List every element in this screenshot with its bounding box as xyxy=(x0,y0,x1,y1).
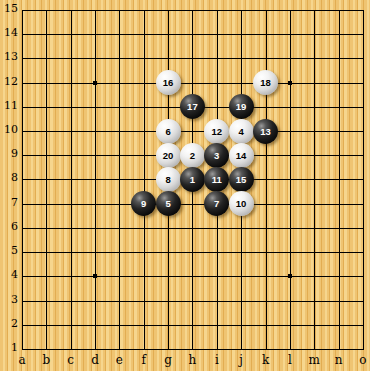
intersection-f11[interactable] xyxy=(132,95,156,119)
intersection-l1[interactable] xyxy=(278,337,302,361)
stone-white-20: 20 xyxy=(156,143,181,168)
stone-black-9: 9 xyxy=(131,191,156,216)
intersection-h12[interactable] xyxy=(180,71,204,95)
intersection-j1[interactable] xyxy=(229,337,253,361)
intersection-o13[interactable] xyxy=(351,46,370,70)
intersection-b3[interactable] xyxy=(34,288,58,312)
intersection-o1[interactable] xyxy=(351,337,370,361)
intersection-o12[interactable] xyxy=(351,71,370,95)
stone-black-19: 19 xyxy=(229,94,254,119)
intersection-b13[interactable] xyxy=(34,46,58,70)
intersection-m12[interactable] xyxy=(302,71,326,95)
intersection-d3[interactable] xyxy=(83,288,107,312)
intersection-c9[interactable] xyxy=(59,143,83,167)
intersection-i3[interactable] xyxy=(205,288,229,312)
intersection-k6[interactable] xyxy=(253,216,277,240)
intersection-n13[interactable] xyxy=(326,46,350,70)
intersection-o7[interactable] xyxy=(351,192,370,216)
intersection-n1[interactable] xyxy=(326,337,350,361)
board-grid: 1618171961241320231481111595710 xyxy=(10,0,370,361)
intersection-b11[interactable] xyxy=(34,95,58,119)
intersection-h13[interactable] xyxy=(180,46,204,70)
intersection-o3[interactable] xyxy=(351,288,370,312)
intersection-c10[interactable] xyxy=(59,119,83,143)
intersection-j8[interactable]: 15 xyxy=(229,167,253,191)
intersection-d5[interactable] xyxy=(83,240,107,264)
intersection-a8[interactable] xyxy=(10,167,34,191)
intersection-a1[interactable] xyxy=(10,337,34,361)
intersection-g9[interactable]: 20 xyxy=(156,143,180,167)
intersection-l6[interactable] xyxy=(278,216,302,240)
intersection-f6[interactable] xyxy=(132,216,156,240)
intersection-j2[interactable] xyxy=(229,313,253,337)
intersection-o4[interactable] xyxy=(351,264,370,288)
intersection-k7[interactable] xyxy=(253,192,277,216)
stone-black-15: 15 xyxy=(229,167,254,192)
move-number: 12 xyxy=(211,126,222,137)
intersection-a4[interactable] xyxy=(10,264,34,288)
intersection-d6[interactable] xyxy=(83,216,107,240)
intersection-c5[interactable] xyxy=(59,240,83,264)
intersection-d8[interactable] xyxy=(83,167,107,191)
move-number: 20 xyxy=(163,150,174,161)
intersection-o8[interactable] xyxy=(351,167,370,191)
intersection-h14[interactable] xyxy=(180,22,204,46)
intersection-n14[interactable] xyxy=(326,22,350,46)
intersection-k3[interactable] xyxy=(253,288,277,312)
intersection-i6[interactable] xyxy=(205,216,229,240)
intersection-k10[interactable]: 13 xyxy=(253,119,277,143)
intersection-g13[interactable] xyxy=(156,46,180,70)
intersection-k4[interactable] xyxy=(253,264,277,288)
stone-black-11: 11 xyxy=(204,167,229,192)
intersection-d1[interactable] xyxy=(83,337,107,361)
move-number: 11 xyxy=(212,174,222,185)
intersection-b12[interactable] xyxy=(34,71,58,95)
intersection-k13[interactable] xyxy=(253,46,277,70)
stone-white-2: 2 xyxy=(180,143,205,168)
intersection-b6[interactable] xyxy=(34,216,58,240)
intersection-g5[interactable] xyxy=(156,240,180,264)
intersection-c2[interactable] xyxy=(59,313,83,337)
intersection-d13[interactable] xyxy=(83,46,107,70)
intersection-f7[interactable]: 9 xyxy=(132,192,156,216)
intersection-m5[interactable] xyxy=(302,240,326,264)
intersection-b14[interactable] xyxy=(34,22,58,46)
intersection-i1[interactable] xyxy=(205,337,229,361)
intersection-d9[interactable] xyxy=(83,143,107,167)
move-number: 9 xyxy=(141,198,146,209)
move-number: 1 xyxy=(190,174,195,185)
move-number: 4 xyxy=(238,126,243,137)
intersection-i7[interactable]: 7 xyxy=(205,192,229,216)
intersection-g15[interactable] xyxy=(156,0,180,22)
intersection-o15[interactable] xyxy=(351,0,370,22)
intersection-k2[interactable] xyxy=(253,313,277,337)
stone-black-7: 7 xyxy=(204,191,229,216)
intersection-j13[interactable] xyxy=(229,46,253,70)
intersection-m14[interactable] xyxy=(302,22,326,46)
intersection-a7[interactable] xyxy=(10,192,34,216)
move-number: 17 xyxy=(187,101,198,112)
intersection-f2[interactable] xyxy=(132,313,156,337)
intersection-c15[interactable] xyxy=(59,0,83,22)
intersection-i15[interactable] xyxy=(205,0,229,22)
intersection-g2[interactable] xyxy=(156,313,180,337)
intersection-d10[interactable] xyxy=(83,119,107,143)
intersection-e8[interactable] xyxy=(107,167,131,191)
intersection-n10[interactable] xyxy=(326,119,350,143)
intersection-n9[interactable] xyxy=(326,143,350,167)
intersection-m6[interactable] xyxy=(302,216,326,240)
intersection-j12[interactable] xyxy=(229,71,253,95)
intersection-e9[interactable] xyxy=(107,143,131,167)
intersection-j9[interactable]: 14 xyxy=(229,143,253,167)
intersection-n2[interactable] xyxy=(326,313,350,337)
intersection-a11[interactable] xyxy=(10,95,34,119)
intersection-e14[interactable] xyxy=(107,22,131,46)
intersection-l11[interactable] xyxy=(278,95,302,119)
move-number: 6 xyxy=(165,126,170,137)
intersection-f15[interactable] xyxy=(132,0,156,22)
intersection-n12[interactable] xyxy=(326,71,350,95)
move-number: 3 xyxy=(214,150,219,161)
intersection-i2[interactable] xyxy=(205,313,229,337)
intersection-c6[interactable] xyxy=(59,216,83,240)
intersection-g12[interactable]: 16 xyxy=(156,71,180,95)
intersection-o6[interactable] xyxy=(351,216,370,240)
intersection-c12[interactable] xyxy=(59,71,83,95)
intersection-g10[interactable]: 6 xyxy=(156,119,180,143)
intersection-o9[interactable] xyxy=(351,143,370,167)
intersection-l9[interactable] xyxy=(278,143,302,167)
intersection-k8[interactable] xyxy=(253,167,277,191)
intersection-k11[interactable] xyxy=(253,95,277,119)
intersection-m11[interactable] xyxy=(302,95,326,119)
intersection-j14[interactable] xyxy=(229,22,253,46)
intersection-e12[interactable] xyxy=(107,71,131,95)
intersection-h10[interactable] xyxy=(180,119,204,143)
intersection-e15[interactable] xyxy=(107,0,131,22)
intersection-b2[interactable] xyxy=(34,313,58,337)
stone-white-8: 8 xyxy=(156,167,181,192)
intersection-a9[interactable] xyxy=(10,143,34,167)
intersection-b4[interactable] xyxy=(34,264,58,288)
intersection-i13[interactable] xyxy=(205,46,229,70)
intersection-d4[interactable] xyxy=(83,264,107,288)
intersection-n11[interactable] xyxy=(326,95,350,119)
intersection-f12[interactable] xyxy=(132,71,156,95)
stone-black-3: 3 xyxy=(204,143,229,168)
intersection-h4[interactable] xyxy=(180,264,204,288)
intersection-i9[interactable]: 3 xyxy=(205,143,229,167)
stone-white-14: 14 xyxy=(229,143,254,168)
intersection-j5[interactable] xyxy=(229,240,253,264)
intersection-b1[interactable] xyxy=(34,337,58,361)
intersection-b10[interactable] xyxy=(34,119,58,143)
intersection-m13[interactable] xyxy=(302,46,326,70)
move-number: 16 xyxy=(163,77,174,88)
intersection-o14[interactable] xyxy=(351,22,370,46)
intersection-l3[interactable] xyxy=(278,288,302,312)
intersection-e6[interactable] xyxy=(107,216,131,240)
intersection-j3[interactable] xyxy=(229,288,253,312)
intersection-c11[interactable] xyxy=(59,95,83,119)
intersection-a2[interactable] xyxy=(10,313,34,337)
intersection-n4[interactable] xyxy=(326,264,350,288)
intersection-h11[interactable]: 17 xyxy=(180,95,204,119)
intersection-k1[interactable] xyxy=(253,337,277,361)
stone-white-16: 16 xyxy=(156,70,181,95)
stone-black-5: 5 xyxy=(156,191,181,216)
intersection-h3[interactable] xyxy=(180,288,204,312)
intersection-e1[interactable] xyxy=(107,337,131,361)
intersection-i12[interactable] xyxy=(205,71,229,95)
intersection-l15[interactable] xyxy=(278,0,302,22)
intersection-g4[interactable] xyxy=(156,264,180,288)
move-number: 7 xyxy=(214,198,219,209)
intersection-d15[interactable] xyxy=(83,0,107,22)
intersection-i11[interactable] xyxy=(205,95,229,119)
intersection-h9[interactable]: 2 xyxy=(180,143,204,167)
intersection-m8[interactable] xyxy=(302,167,326,191)
intersection-b5[interactable] xyxy=(34,240,58,264)
intersection-g8[interactable]: 8 xyxy=(156,167,180,191)
intersection-g11[interactable] xyxy=(156,95,180,119)
gomoku-board: 151413121110987654321 abcdefghijklmno 16… xyxy=(0,0,370,371)
intersection-m10[interactable] xyxy=(302,119,326,143)
intersection-f8[interactable] xyxy=(132,167,156,191)
intersection-n6[interactable] xyxy=(326,216,350,240)
intersection-e7[interactable] xyxy=(107,192,131,216)
move-number: 10 xyxy=(236,198,247,209)
intersection-a6[interactable] xyxy=(10,216,34,240)
intersection-j11[interactable]: 19 xyxy=(229,95,253,119)
intersection-k14[interactable] xyxy=(253,22,277,46)
intersection-a3[interactable] xyxy=(10,288,34,312)
intersection-f1[interactable] xyxy=(132,337,156,361)
intersection-l7[interactable] xyxy=(278,192,302,216)
stone-black-17: 17 xyxy=(180,94,205,119)
intersection-c8[interactable] xyxy=(59,167,83,191)
intersection-c14[interactable] xyxy=(59,22,83,46)
stone-black-1: 1 xyxy=(180,167,205,192)
intersection-e10[interactable] xyxy=(107,119,131,143)
intersection-h6[interactable] xyxy=(180,216,204,240)
stone-white-12: 12 xyxy=(204,119,229,144)
intersection-o2[interactable] xyxy=(351,313,370,337)
intersection-f13[interactable] xyxy=(132,46,156,70)
intersection-c7[interactable] xyxy=(59,192,83,216)
move-number: 13 xyxy=(260,126,271,137)
intersection-h7[interactable] xyxy=(180,192,204,216)
move-number: 18 xyxy=(260,77,271,88)
intersection-g7[interactable]: 5 xyxy=(156,192,180,216)
intersection-k15[interactable] xyxy=(253,0,277,22)
intersection-d14[interactable] xyxy=(83,22,107,46)
intersection-a14[interactable] xyxy=(10,22,34,46)
intersection-l14[interactable] xyxy=(278,22,302,46)
intersection-d11[interactable] xyxy=(83,95,107,119)
intersection-f10[interactable] xyxy=(132,119,156,143)
intersection-g1[interactable] xyxy=(156,337,180,361)
intersection-d2[interactable] xyxy=(83,313,107,337)
intersection-h8[interactable]: 1 xyxy=(180,167,204,191)
intersection-g14[interactable] xyxy=(156,22,180,46)
stone-white-18: 18 xyxy=(253,70,278,95)
intersection-c13[interactable] xyxy=(59,46,83,70)
intersection-i14[interactable] xyxy=(205,22,229,46)
intersection-e13[interactable] xyxy=(107,46,131,70)
intersection-b8[interactable] xyxy=(34,167,58,191)
intersection-e2[interactable] xyxy=(107,313,131,337)
intersection-b15[interactable] xyxy=(34,0,58,22)
intersection-j7[interactable]: 10 xyxy=(229,192,253,216)
intersection-n15[interactable] xyxy=(326,0,350,22)
intersection-h5[interactable] xyxy=(180,240,204,264)
intersection-b7[interactable] xyxy=(34,192,58,216)
intersection-d12[interactable] xyxy=(83,71,107,95)
intersection-i8[interactable]: 11 xyxy=(205,167,229,191)
move-number: 5 xyxy=(165,198,170,209)
intersection-m7[interactable] xyxy=(302,192,326,216)
move-number: 14 xyxy=(236,150,247,161)
intersection-j6[interactable] xyxy=(229,216,253,240)
intersection-n5[interactable] xyxy=(326,240,350,264)
intersection-m15[interactable] xyxy=(302,0,326,22)
stone-white-10: 10 xyxy=(229,191,254,216)
intersection-n7[interactable] xyxy=(326,192,350,216)
intersection-d7[interactable] xyxy=(83,192,107,216)
intersection-l8[interactable] xyxy=(278,167,302,191)
intersection-l10[interactable] xyxy=(278,119,302,143)
intersection-a13[interactable] xyxy=(10,46,34,70)
intersection-j10[interactable]: 4 xyxy=(229,119,253,143)
stone-white-6: 6 xyxy=(156,119,181,144)
intersection-f3[interactable] xyxy=(132,288,156,312)
intersection-e4[interactable] xyxy=(107,264,131,288)
intersection-m4[interactable] xyxy=(302,264,326,288)
intersection-l12[interactable] xyxy=(278,71,302,95)
intersection-l2[interactable] xyxy=(278,313,302,337)
move-number: 15 xyxy=(236,174,247,185)
intersection-b9[interactable] xyxy=(34,143,58,167)
intersection-h2[interactable] xyxy=(180,313,204,337)
intersection-l13[interactable] xyxy=(278,46,302,70)
intersection-l4[interactable] xyxy=(278,264,302,288)
intersection-h15[interactable] xyxy=(180,0,204,22)
intersection-f5[interactable] xyxy=(132,240,156,264)
intersection-e3[interactable] xyxy=(107,288,131,312)
intersection-j15[interactable] xyxy=(229,0,253,22)
intersection-k12[interactable]: 18 xyxy=(253,71,277,95)
intersection-e5[interactable] xyxy=(107,240,131,264)
intersection-k5[interactable] xyxy=(253,240,277,264)
intersection-n3[interactable] xyxy=(326,288,350,312)
intersection-f4[interactable] xyxy=(132,264,156,288)
intersection-a12[interactable] xyxy=(10,71,34,95)
intersection-f14[interactable] xyxy=(132,22,156,46)
intersection-h1[interactable] xyxy=(180,337,204,361)
intersection-o5[interactable] xyxy=(351,240,370,264)
move-number: 2 xyxy=(190,150,195,161)
move-number: 8 xyxy=(165,174,170,185)
intersection-e11[interactable] xyxy=(107,95,131,119)
intersection-m1[interactable] xyxy=(302,337,326,361)
intersection-c3[interactable] xyxy=(59,288,83,312)
move-number: 19 xyxy=(236,101,247,112)
intersection-k9[interactable] xyxy=(253,143,277,167)
intersection-g3[interactable] xyxy=(156,288,180,312)
intersection-n8[interactable] xyxy=(326,167,350,191)
intersection-o10[interactable] xyxy=(351,119,370,143)
intersection-o11[interactable] xyxy=(351,95,370,119)
intersection-i10[interactable]: 12 xyxy=(205,119,229,143)
intersection-i5[interactable] xyxy=(205,240,229,264)
stone-white-4: 4 xyxy=(229,119,254,144)
intersection-l5[interactable] xyxy=(278,240,302,264)
intersection-a10[interactable] xyxy=(10,119,34,143)
intersection-i4[interactable] xyxy=(205,264,229,288)
stone-black-13: 13 xyxy=(253,119,278,144)
intersection-m3[interactable] xyxy=(302,288,326,312)
intersection-m9[interactable] xyxy=(302,143,326,167)
intersection-c1[interactable] xyxy=(59,337,83,361)
intersection-g6[interactable] xyxy=(156,216,180,240)
intersection-m2[interactable] xyxy=(302,313,326,337)
intersection-f9[interactable] xyxy=(132,143,156,167)
intersection-c4[interactable] xyxy=(59,264,83,288)
intersection-a15[interactable] xyxy=(10,0,34,22)
intersection-a5[interactable] xyxy=(10,240,34,264)
intersection-j4[interactable] xyxy=(229,264,253,288)
